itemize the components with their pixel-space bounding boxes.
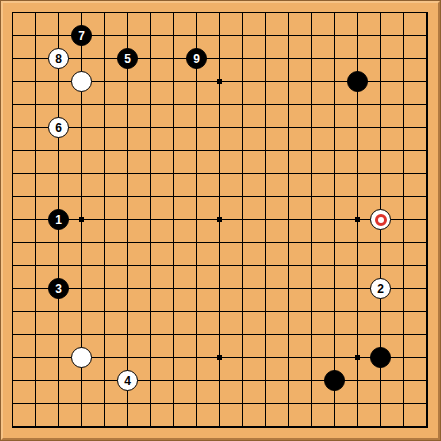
- star-point: [355, 217, 360, 222]
- stone-white: [370, 209, 391, 230]
- star-point: [217, 79, 222, 84]
- stone-white-move-4: 4: [117, 370, 138, 391]
- stone-white-move-6: 6: [48, 117, 69, 138]
- stone-black-move-5: 5: [117, 48, 138, 69]
- stone-black: [370, 347, 391, 368]
- star-point: [355, 355, 360, 360]
- stone-number: 4: [124, 375, 131, 387]
- stone-black-move-3: 3: [48, 278, 69, 299]
- goban: 785961324: [0, 0, 441, 441]
- stone-black: [347, 71, 368, 92]
- stone-number: 1: [55, 214, 62, 226]
- stone-black: [324, 370, 345, 391]
- stone-number: 7: [78, 30, 85, 42]
- stone-number: 8: [55, 53, 62, 65]
- stone-number: 2: [377, 283, 384, 295]
- star-point: [217, 217, 222, 222]
- stone-number: 9: [193, 53, 200, 65]
- stone-number: 5: [124, 53, 131, 65]
- stone-white-move-8: 8: [48, 48, 69, 69]
- stone-black-move-7: 7: [71, 25, 92, 46]
- stone-white: [71, 71, 92, 92]
- board-grid: 785961324: [1, 1, 438, 438]
- stone-black-move-1: 1: [48, 209, 69, 230]
- stone-number: 3: [55, 283, 62, 295]
- star-point: [79, 217, 84, 222]
- star-point: [217, 355, 222, 360]
- stone-number: 6: [55, 122, 62, 134]
- stone-white-move-2: 2: [370, 278, 391, 299]
- circle-marker-icon: [375, 214, 387, 226]
- stone-white: [71, 347, 92, 368]
- stone-black-move-9: 9: [186, 48, 207, 69]
